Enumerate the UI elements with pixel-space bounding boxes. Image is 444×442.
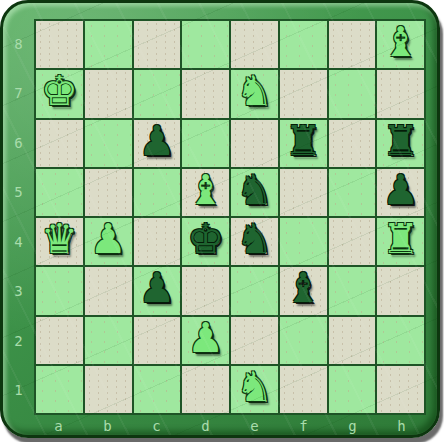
square-f7[interactable]	[280, 70, 327, 117]
square-c8[interactable]	[134, 21, 181, 68]
rank-label-7: 7	[3, 69, 34, 119]
square-b6[interactable]	[85, 120, 132, 167]
black-knight-e4[interactable]: ♞	[236, 219, 273, 260]
black-pawn-h5[interactable]: ♟	[382, 170, 419, 211]
square-e8[interactable]	[231, 21, 278, 68]
white-bishop-d5[interactable]: ♝	[187, 170, 224, 211]
black-rook-h6[interactable]: ♜	[382, 121, 419, 162]
black-king-d4[interactable]: ♚	[187, 219, 224, 260]
file-label-g: g	[328, 415, 377, 437]
white-pawn-d2[interactable]: ♟	[187, 318, 224, 359]
square-a7[interactable]: ♚	[36, 70, 83, 117]
square-c4[interactable]	[134, 218, 181, 265]
white-queen-a4[interactable]: ♛	[41, 219, 78, 260]
square-g6[interactable]	[329, 120, 376, 167]
square-d3[interactable]	[182, 267, 229, 314]
square-g4[interactable]	[329, 218, 376, 265]
file-labels: abcdefgh	[34, 415, 426, 437]
rank-label-1: 1	[3, 366, 34, 416]
square-g5[interactable]	[329, 169, 376, 216]
black-knight-e5[interactable]: ♞	[236, 170, 273, 211]
chess-board: ♝♚♞♟♜♜♝♞♟♛♟♚♞♜♟♝♟♞	[34, 19, 426, 415]
square-g3[interactable]	[329, 267, 376, 314]
rank-label-2: 2	[3, 316, 34, 366]
square-f4[interactable]	[280, 218, 327, 265]
file-label-c: c	[132, 415, 181, 437]
square-e3[interactable]	[231, 267, 278, 314]
square-d1[interactable]	[182, 366, 229, 413]
square-e5[interactable]: ♞	[231, 169, 278, 216]
square-a1[interactable]	[36, 366, 83, 413]
square-e1[interactable]: ♞	[231, 366, 278, 413]
square-b8[interactable]	[85, 21, 132, 68]
square-d2[interactable]: ♟	[182, 317, 229, 364]
square-e6[interactable]	[231, 120, 278, 167]
square-d6[interactable]	[182, 120, 229, 167]
rank-label-5: 5	[3, 168, 34, 218]
white-bishop-h8[interactable]: ♝	[382, 22, 419, 63]
file-label-d: d	[181, 415, 230, 437]
square-h7[interactable]	[377, 70, 424, 117]
square-a8[interactable]	[36, 21, 83, 68]
black-pawn-c3[interactable]: ♟	[138, 268, 175, 309]
black-pawn-c6[interactable]: ♟	[138, 121, 175, 162]
square-h4[interactable]: ♜	[377, 218, 424, 265]
black-rook-f6[interactable]: ♜	[285, 121, 322, 162]
rank-label-3: 3	[3, 267, 34, 317]
square-c1[interactable]	[134, 366, 181, 413]
black-bishop-f3[interactable]: ♝	[285, 268, 322, 309]
rank-label-4: 4	[3, 217, 34, 267]
square-e2[interactable]	[231, 317, 278, 364]
square-g7[interactable]	[329, 70, 376, 117]
square-a5[interactable]	[36, 169, 83, 216]
square-c3[interactable]: ♟	[134, 267, 181, 314]
square-c6[interactable]: ♟	[134, 120, 181, 167]
white-knight-e7[interactable]: ♞	[236, 71, 273, 112]
square-d5[interactable]: ♝	[182, 169, 229, 216]
rank-label-6: 6	[3, 118, 34, 168]
file-label-a: a	[34, 415, 83, 437]
chess-app-window: 87654321 abcdefgh ♝♚♞♟♜♜♝♞♟♛♟♚♞♜♟♝♟♞	[0, 0, 444, 442]
square-a2[interactable]	[36, 317, 83, 364]
square-b4[interactable]: ♟	[85, 218, 132, 265]
square-c7[interactable]	[134, 70, 181, 117]
square-g1[interactable]	[329, 366, 376, 413]
white-rook-h4[interactable]: ♜	[382, 219, 419, 260]
white-knight-e1[interactable]: ♞	[236, 367, 273, 408]
square-f6[interactable]: ♜	[280, 120, 327, 167]
square-h1[interactable]	[377, 366, 424, 413]
square-f8[interactable]	[280, 21, 327, 68]
square-d7[interactable]	[182, 70, 229, 117]
square-a3[interactable]	[36, 267, 83, 314]
square-g8[interactable]	[329, 21, 376, 68]
square-b7[interactable]	[85, 70, 132, 117]
square-b1[interactable]	[85, 366, 132, 413]
square-b2[interactable]	[85, 317, 132, 364]
square-f1[interactable]	[280, 366, 327, 413]
square-h2[interactable]	[377, 317, 424, 364]
square-a6[interactable]	[36, 120, 83, 167]
white-king-a7[interactable]: ♚	[41, 71, 78, 112]
square-d8[interactable]	[182, 21, 229, 68]
file-label-b: b	[83, 415, 132, 437]
square-d4[interactable]: ♚	[182, 218, 229, 265]
file-label-h: h	[377, 415, 426, 437]
square-f2[interactable]	[280, 317, 327, 364]
square-h3[interactable]	[377, 267, 424, 314]
white-pawn-b4[interactable]: ♟	[90, 219, 127, 260]
square-g2[interactable]	[329, 317, 376, 364]
square-b3[interactable]	[85, 267, 132, 314]
square-c2[interactable]	[134, 317, 181, 364]
board-frame: 87654321 abcdefgh ♝♚♞♟♜♜♝♞♟♛♟♚♞♜♟♝♟♞	[0, 0, 440, 438]
square-f3[interactable]: ♝	[280, 267, 327, 314]
file-label-e: e	[230, 415, 279, 437]
square-f5[interactable]	[280, 169, 327, 216]
square-h5[interactable]: ♟	[377, 169, 424, 216]
square-h6[interactable]: ♜	[377, 120, 424, 167]
square-e7[interactable]: ♞	[231, 70, 278, 117]
square-b5[interactable]	[85, 169, 132, 216]
square-e4[interactable]: ♞	[231, 218, 278, 265]
rank-label-8: 8	[3, 19, 34, 69]
file-label-f: f	[279, 415, 328, 437]
square-h8[interactable]: ♝	[377, 21, 424, 68]
square-a4[interactable]: ♛	[36, 218, 83, 265]
square-c5[interactable]	[134, 169, 181, 216]
rank-labels: 87654321	[3, 19, 34, 415]
